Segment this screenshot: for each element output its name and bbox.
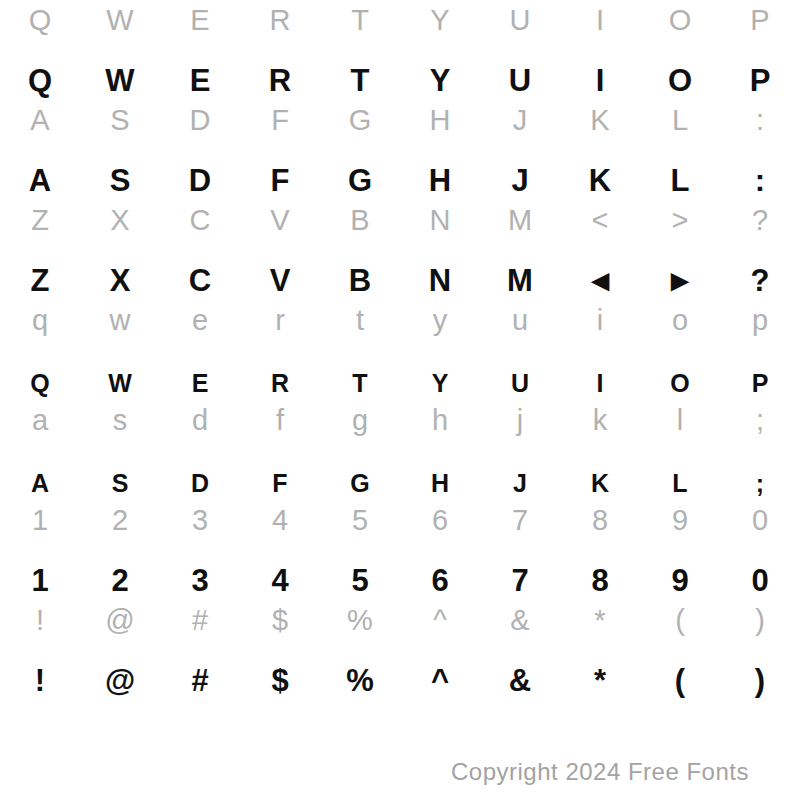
glyph-cell: Q xyxy=(0,371,80,396)
glyph-cell: 1 xyxy=(0,506,80,535)
glyph-cell: J xyxy=(480,106,560,135)
glyph-cell: X xyxy=(80,265,160,296)
glyph-cell: G xyxy=(320,165,400,196)
glyph-cell: 5 xyxy=(320,506,400,535)
glyph-cell: > xyxy=(640,206,720,235)
glyph-cell: 4 xyxy=(240,506,320,535)
glyph-cell: d xyxy=(160,406,240,435)
character-map-grid: QWERTYUIOPQWERTYUIOPASDFGHJKL:ASDFGHJKL:… xyxy=(0,0,800,700)
row-symbols-ink: !@#$%^&*() xyxy=(0,641,800,700)
glyph-cell: ? xyxy=(720,206,800,235)
glyph-cell: ◄ xyxy=(560,265,640,296)
glyph-cell: @ xyxy=(80,606,160,635)
glyph-cell: j xyxy=(480,406,560,435)
glyph-cell: 8 xyxy=(560,565,640,596)
glyph-cell: 0 xyxy=(720,565,800,596)
glyph-cell: % xyxy=(320,606,400,635)
glyph-cell: S xyxy=(80,165,160,196)
glyph-cell: % xyxy=(320,665,400,696)
glyph-cell: A xyxy=(0,106,80,135)
glyph-cell: F xyxy=(240,106,320,135)
glyph-cell: ; xyxy=(720,471,800,496)
glyph-cell: $ xyxy=(240,665,320,696)
row-caps-bottom-muted: ZXCVBNM<>? xyxy=(0,200,800,241)
glyph-cell: M xyxy=(480,206,560,235)
glyph-cell: O xyxy=(640,6,720,35)
glyph-cell: 8 xyxy=(560,506,640,535)
glyph-cell: E xyxy=(160,6,240,35)
row-caps-top-ink: QWERTYUIOP xyxy=(0,41,800,100)
glyph-cell: ; xyxy=(720,406,800,435)
glyph-cell: T xyxy=(320,65,400,96)
row-lower-top-muted: qwertyuiop xyxy=(0,300,800,341)
glyph-cell: U xyxy=(480,371,560,396)
glyph-cell: D xyxy=(160,165,240,196)
glyph-cell: 9 xyxy=(640,565,720,596)
glyph-cell: ) xyxy=(720,606,800,635)
glyph-cell: ) xyxy=(720,665,800,696)
glyph-cell: 6 xyxy=(400,565,480,596)
glyph-cell: P xyxy=(720,371,800,396)
glyph-cell: s xyxy=(80,406,160,435)
glyph-cell: M xyxy=(480,265,560,296)
glyph-cell: ► xyxy=(640,265,720,296)
character-map-page: { "game": "font-character-map-specimen",… xyxy=(0,0,800,800)
glyph-cell: P xyxy=(720,6,800,35)
glyph-cell: # xyxy=(160,665,240,696)
glyph-cell: S xyxy=(80,106,160,135)
glyph-cell: < xyxy=(560,206,640,235)
glyph-cell: B xyxy=(320,265,400,296)
glyph-cell: q xyxy=(0,306,80,335)
glyph-cell: 1 xyxy=(0,565,80,596)
glyph-cell: r xyxy=(240,306,320,335)
row-digits-muted: 1234567890 xyxy=(0,500,800,541)
glyph-cell: J xyxy=(480,165,560,196)
glyph-cell: B xyxy=(320,206,400,235)
glyph-cell: Z xyxy=(0,206,80,235)
glyph-cell: & xyxy=(480,606,560,635)
glyph-cell: 6 xyxy=(400,506,480,535)
glyph-cell: 2 xyxy=(80,506,160,535)
glyph-cell: L xyxy=(640,471,720,496)
glyph-cell: T xyxy=(320,6,400,35)
glyph-cell: L xyxy=(640,106,720,135)
glyph-cell: Q xyxy=(0,6,80,35)
glyph-cell: Z xyxy=(0,265,80,296)
glyph-cell: H xyxy=(400,471,480,496)
glyph-cell: I xyxy=(560,371,640,396)
glyph-cell: I xyxy=(560,6,640,35)
glyph-cell: 5 xyxy=(320,565,400,596)
glyph-cell: N xyxy=(400,265,480,296)
glyph-cell: U xyxy=(480,6,560,35)
glyph-cell: Y xyxy=(400,371,480,396)
row-lower-home-muted: asdfghjkl; xyxy=(0,400,800,441)
glyph-cell: Y xyxy=(400,6,480,35)
glyph-cell: y xyxy=(400,306,480,335)
glyph-cell: I xyxy=(560,65,640,96)
glyph-cell: V xyxy=(240,265,320,296)
glyph-cell: 4 xyxy=(240,565,320,596)
glyph-cell: f xyxy=(240,406,320,435)
glyph-cell: 7 xyxy=(480,565,560,596)
glyph-cell: & xyxy=(480,665,560,696)
glyph-cell: J xyxy=(480,471,560,496)
glyph-cell: S xyxy=(80,471,160,496)
glyph-cell: P xyxy=(720,65,800,96)
glyph-cell: e xyxy=(160,306,240,335)
glyph-cell: 9 xyxy=(640,506,720,535)
glyph-cell: C xyxy=(160,206,240,235)
glyph-cell: E xyxy=(160,371,240,396)
glyph-cell: 3 xyxy=(160,506,240,535)
glyph-cell: W xyxy=(80,6,160,35)
glyph-cell: $ xyxy=(240,606,320,635)
glyph-cell: H xyxy=(400,165,480,196)
glyph-cell: V xyxy=(240,206,320,235)
glyph-cell: g xyxy=(320,406,400,435)
row-digits-ink: 1234567890 xyxy=(0,541,800,600)
glyph-cell: U xyxy=(480,65,560,96)
row-symbols-muted: !@#$%^&*() xyxy=(0,600,800,641)
glyph-cell: L xyxy=(640,165,720,196)
row-caps-bottom-ink: ZXCVBNM◄►? xyxy=(0,241,800,300)
glyph-cell: N xyxy=(400,206,480,235)
glyph-cell: 3 xyxy=(160,565,240,596)
glyph-cell: l xyxy=(640,406,720,435)
glyph-cell: R xyxy=(240,6,320,35)
glyph-cell: R xyxy=(240,65,320,96)
glyph-cell: ( xyxy=(640,665,720,696)
glyph-cell: : xyxy=(720,106,800,135)
glyph-cell: * xyxy=(560,606,640,635)
glyph-cell: ^ xyxy=(400,606,480,635)
glyph-cell: W xyxy=(80,371,160,396)
glyph-cell: w xyxy=(80,306,160,335)
glyph-cell: K xyxy=(560,471,640,496)
glyph-cell: C xyxy=(160,265,240,296)
glyph-cell: u xyxy=(480,306,560,335)
glyph-cell: a xyxy=(0,406,80,435)
row-caps-home-muted: ASDFGHJKL: xyxy=(0,100,800,141)
glyph-cell: W xyxy=(80,65,160,96)
glyph-cell: ! xyxy=(0,606,80,635)
glyph-cell: X xyxy=(80,206,160,235)
glyph-cell: K xyxy=(560,106,640,135)
glyph-cell: 0 xyxy=(720,506,800,535)
glyph-cell: p xyxy=(720,306,800,335)
glyph-cell: K xyxy=(560,165,640,196)
glyph-cell: O xyxy=(640,371,720,396)
glyph-cell: 7 xyxy=(480,506,560,535)
glyph-cell: D xyxy=(160,106,240,135)
glyph-cell: F xyxy=(240,471,320,496)
glyph-cell: Y xyxy=(400,65,480,96)
glyph-cell: h xyxy=(400,406,480,435)
glyph-cell: T xyxy=(320,371,400,396)
glyph-cell: k xyxy=(560,406,640,435)
glyph-cell: D xyxy=(160,471,240,496)
glyph-cell: E xyxy=(160,65,240,96)
copyright-watermark: Copyright 2024 Free Fonts xyxy=(400,758,800,786)
glyph-cell: F xyxy=(240,165,320,196)
glyph-cell: @ xyxy=(80,665,160,696)
glyph-cell: i xyxy=(560,306,640,335)
glyph-cell: R xyxy=(240,371,320,396)
row-caps-top-muted: QWERTYUIOP xyxy=(0,0,800,41)
glyph-cell: : xyxy=(720,165,800,196)
glyph-cell: Q xyxy=(0,65,80,96)
row-lower-top-ink: QWERTYUIOP xyxy=(0,341,800,400)
glyph-cell: o xyxy=(640,306,720,335)
glyph-cell: t xyxy=(320,306,400,335)
glyph-cell: * xyxy=(560,665,640,696)
glyph-cell: ? xyxy=(720,265,800,296)
glyph-cell: ( xyxy=(640,606,720,635)
glyph-cell: O xyxy=(640,65,720,96)
row-caps-home-ink: ASDFGHJKL: xyxy=(0,141,800,200)
glyph-cell: A xyxy=(0,471,80,496)
glyph-cell: H xyxy=(400,106,480,135)
glyph-cell: # xyxy=(160,606,240,635)
glyph-cell: ^ xyxy=(400,665,480,696)
glyph-cell: G xyxy=(320,106,400,135)
row-lower-home-ink: ASDFGHJKL; xyxy=(0,441,800,500)
glyph-cell: G xyxy=(320,471,400,496)
glyph-cell: ! xyxy=(0,665,80,696)
glyph-cell: A xyxy=(0,165,80,196)
glyph-cell: 2 xyxy=(80,565,160,596)
